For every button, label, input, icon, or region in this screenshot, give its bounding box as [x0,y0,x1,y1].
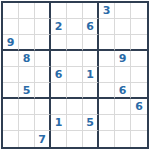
cell-r5c1[interactable] [3,67,19,83]
cell-r2c1[interactable] [3,19,19,35]
cell-r9c8[interactable] [115,131,131,147]
cell-r7c8[interactable] [115,99,131,115]
cell-r8c9[interactable] [131,115,147,131]
cell-r7c7[interactable] [99,99,115,115]
cell-r3c7[interactable] [99,35,115,51]
cell-r4c3[interactable] [35,51,51,67]
cell-r5c8[interactable] [115,67,131,83]
cell-r7c4[interactable] [51,99,67,115]
cell-r5c7[interactable] [99,67,115,83]
cell-r9c4[interactable] [51,131,67,147]
cell-r7c3[interactable] [35,99,51,115]
given-digit-r4c2[interactable]: 8 [19,51,35,67]
cell-r9c6[interactable] [83,131,99,147]
cell-r3c2[interactable] [19,35,35,51]
given-digit-r5c4[interactable]: 6 [51,67,67,83]
given-digit-r8c4[interactable]: 1 [51,115,67,131]
sudoku-board: 32698961566157 [1,1,149,149]
given-digit-r9c3[interactable]: 7 [35,131,51,147]
cell-r4c7[interactable] [99,51,115,67]
cell-r8c2[interactable] [19,115,35,131]
cell-r4c5[interactable] [67,51,83,67]
cell-r5c3[interactable] [35,67,51,83]
given-digit-r2c6[interactable]: 6 [83,19,99,35]
cell-r9c7[interactable] [99,131,115,147]
cell-r8c1[interactable] [3,115,19,131]
given-digit-r5c6[interactable]: 1 [83,67,99,83]
cell-r1c6[interactable] [83,3,99,19]
cell-r6c7[interactable] [99,83,115,99]
cell-r5c2[interactable] [19,67,35,83]
cell-r3c4[interactable] [51,35,67,51]
cell-r1c5[interactable] [67,3,83,19]
cell-r1c3[interactable] [35,3,51,19]
cell-r6c1[interactable] [3,83,19,99]
cell-r6c3[interactable] [35,83,51,99]
cell-r1c9[interactable] [131,3,147,19]
given-digit-r7c9[interactable]: 6 [131,99,147,115]
cell-r1c8[interactable] [115,3,131,19]
cell-r4c4[interactable] [51,51,67,67]
cell-r6c4[interactable] [51,83,67,99]
cell-r4c9[interactable] [131,51,147,67]
cell-r5c9[interactable] [131,67,147,83]
cell-r7c6[interactable] [83,99,99,115]
given-digit-r3c1[interactable]: 9 [3,35,19,51]
cell-r3c9[interactable] [131,35,147,51]
given-digit-r8c6[interactable]: 5 [83,115,99,131]
cell-r9c9[interactable] [131,131,147,147]
cell-r3c8[interactable] [115,35,131,51]
cell-r9c1[interactable] [3,131,19,147]
given-digit-r6c2[interactable]: 5 [19,83,35,99]
cell-r1c4[interactable] [51,3,67,19]
cell-r3c6[interactable] [83,35,99,51]
cell-r2c5[interactable] [67,19,83,35]
cell-r5c5[interactable] [67,67,83,83]
cell-r1c1[interactable] [3,3,19,19]
cell-r4c1[interactable] [3,51,19,67]
cell-r2c8[interactable] [115,19,131,35]
cell-r9c5[interactable] [67,131,83,147]
cell-r7c5[interactable] [67,99,83,115]
cell-r9c2[interactable] [19,131,35,147]
cell-r6c9[interactable] [131,83,147,99]
cell-r3c3[interactable] [35,35,51,51]
given-digit-r6c8[interactable]: 6 [115,83,131,99]
cell-r8c8[interactable] [115,115,131,131]
given-digit-r4c8[interactable]: 9 [115,51,131,67]
given-digit-r1c7[interactable]: 3 [99,3,115,19]
cell-r6c5[interactable] [67,83,83,99]
cell-r1c2[interactable] [19,3,35,19]
cell-r8c3[interactable] [35,115,51,131]
cell-r7c2[interactable] [19,99,35,115]
cell-r2c3[interactable] [35,19,51,35]
cell-r2c2[interactable] [19,19,35,35]
given-digit-r2c4[interactable]: 2 [51,19,67,35]
cell-r8c5[interactable] [67,115,83,131]
cell-r2c9[interactable] [131,19,147,35]
cell-r2c7[interactable] [99,19,115,35]
cell-r6c6[interactable] [83,83,99,99]
cell-r3c5[interactable] [67,35,83,51]
cell-r4c6[interactable] [83,51,99,67]
cell-r8c7[interactable] [99,115,115,131]
cell-r7c1[interactable] [3,99,19,115]
